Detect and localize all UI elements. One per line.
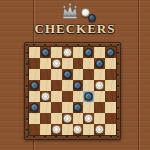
frame-stud xyxy=(117,63,119,65)
navy-piece[interactable] xyxy=(73,81,82,90)
frame-stud xyxy=(26,63,28,65)
square-r1c3[interactable] xyxy=(51,47,62,58)
square-r1c8[interactable] xyxy=(105,47,116,58)
crown-icon xyxy=(61,3,79,20)
square-r7c4[interactable] xyxy=(62,113,73,124)
frame-stud xyxy=(110,44,112,46)
white-piece[interactable] xyxy=(63,114,72,123)
piece-ring xyxy=(97,61,102,66)
square-r4c2[interactable] xyxy=(40,80,51,91)
square-r3c7[interactable] xyxy=(94,69,105,80)
navy-piece[interactable] xyxy=(30,81,39,90)
square-r4c4[interactable] xyxy=(62,80,73,91)
square-r6c3[interactable] xyxy=(51,102,62,113)
square-r8c7[interactable] xyxy=(94,124,105,135)
square-r8c1[interactable] xyxy=(29,124,40,135)
white-piece[interactable] xyxy=(95,81,104,90)
square-r8c4[interactable] xyxy=(62,124,73,135)
square-r8c8[interactable] xyxy=(105,124,116,135)
frame-stud xyxy=(77,44,79,46)
square-r2c8[interactable] xyxy=(105,58,116,69)
piece-ring xyxy=(65,50,70,55)
piece-ring xyxy=(32,83,37,88)
frame-stud xyxy=(26,44,28,46)
square-r6c8[interactable] xyxy=(105,102,116,113)
square-r1c7[interactable] xyxy=(94,47,105,58)
frame-stud xyxy=(117,74,119,76)
square-r8c3[interactable] xyxy=(51,124,62,135)
square-r8c5[interactable] xyxy=(73,124,84,135)
square-r6c4[interactable] xyxy=(62,102,73,113)
white-piece[interactable] xyxy=(41,92,50,101)
square-r4c1[interactable] xyxy=(29,80,40,91)
square-r7c1[interactable] xyxy=(29,113,40,124)
square-r8c6[interactable] xyxy=(83,124,94,135)
frame-stud xyxy=(117,107,119,109)
square-r4c3[interactable] xyxy=(51,80,62,91)
frame-stud xyxy=(26,96,28,98)
frame-stud xyxy=(26,129,28,131)
square-r4c7[interactable] xyxy=(94,80,105,91)
square-r5c2[interactable] xyxy=(40,91,51,102)
frame-stud xyxy=(66,44,68,46)
square-r6c6[interactable] xyxy=(83,102,94,113)
square-r5c6[interactable] xyxy=(83,91,94,102)
square-r2c5[interactable] xyxy=(73,58,84,69)
square-r5c4[interactable] xyxy=(62,91,73,102)
piece-ring xyxy=(75,127,80,132)
frame-stud xyxy=(26,136,28,138)
frame-stud xyxy=(44,136,46,138)
frame-stud xyxy=(26,74,28,76)
square-r7c5[interactable] xyxy=(73,113,84,124)
square-r3c2[interactable] xyxy=(40,69,51,80)
frame-stud xyxy=(117,129,119,131)
piece-ring xyxy=(32,105,37,110)
navy-piece[interactable] xyxy=(84,48,93,57)
square-r2c7[interactable] xyxy=(94,58,105,69)
frame-stud xyxy=(117,52,119,54)
wood-background: CHECKERS xyxy=(0,0,150,150)
square-r1c6[interactable] xyxy=(83,47,94,58)
piece-ring xyxy=(86,94,91,99)
square-r6c5[interactable] xyxy=(73,102,84,113)
square-r1c1[interactable] xyxy=(29,47,40,58)
frame-stud xyxy=(26,118,28,120)
square-r4c8[interactable] xyxy=(105,80,116,91)
navy-piece[interactable] xyxy=(41,48,50,57)
square-r5c5[interactable] xyxy=(73,91,84,102)
square-r5c3[interactable] xyxy=(51,91,62,102)
piece-ring xyxy=(43,50,48,55)
piece-ring xyxy=(75,105,80,110)
frame-stud xyxy=(110,136,112,138)
white-piece[interactable] xyxy=(63,48,72,57)
frame-stud xyxy=(33,136,35,138)
navy-piece[interactable] xyxy=(84,92,93,101)
white-piece[interactable] xyxy=(73,125,82,134)
square-r3c1[interactable] xyxy=(29,69,40,80)
navy-piece[interactable] xyxy=(73,103,82,112)
square-r8c2[interactable] xyxy=(40,124,51,135)
square-r3c6[interactable] xyxy=(83,69,94,80)
square-r1c2[interactable] xyxy=(40,47,51,58)
piece-ring xyxy=(108,50,113,55)
frame-stud xyxy=(66,136,68,138)
square-r6c7[interactable] xyxy=(94,102,105,113)
square-r7c2[interactable] xyxy=(40,113,51,124)
white-piece[interactable] xyxy=(52,125,61,134)
square-r2c4[interactable] xyxy=(62,58,73,69)
square-r7c7[interactable] xyxy=(94,113,105,124)
frame-stud xyxy=(26,107,28,109)
square-r1c5[interactable] xyxy=(73,47,84,58)
frame-stud xyxy=(26,85,28,87)
square-r3c4[interactable] xyxy=(62,69,73,80)
square-r5c7[interactable] xyxy=(94,91,105,102)
piece-ring xyxy=(86,116,91,121)
board-frame xyxy=(24,42,121,140)
navy-piece[interactable] xyxy=(106,48,115,57)
white-piece[interactable] xyxy=(52,59,61,68)
square-r5c1[interactable] xyxy=(29,91,40,102)
frame-stud xyxy=(44,44,46,46)
piece-ring xyxy=(65,72,70,77)
frame-stud xyxy=(99,136,101,138)
frame-stud xyxy=(117,96,119,98)
page-title: CHECKERS xyxy=(0,21,150,37)
square-r4c6[interactable] xyxy=(83,80,94,91)
piece-ring xyxy=(75,83,80,88)
square-r1c4[interactable] xyxy=(62,47,73,58)
frame-stud xyxy=(55,136,57,138)
frame-stud xyxy=(88,44,90,46)
square-r4c5[interactable] xyxy=(73,80,84,91)
square-r6c1[interactable] xyxy=(29,102,40,113)
frame-stud xyxy=(117,136,119,138)
frame-stud xyxy=(77,136,79,138)
square-r2c3[interactable] xyxy=(51,58,62,69)
frame-stud xyxy=(88,136,90,138)
frame-stud xyxy=(33,44,35,46)
piece-ring xyxy=(65,116,70,121)
square-r7c6[interactable] xyxy=(83,113,94,124)
square-r7c3[interactable] xyxy=(51,113,62,124)
navy-piece[interactable] xyxy=(30,103,39,112)
piece-ring xyxy=(54,61,59,66)
piece-ring xyxy=(97,127,102,132)
square-r3c3[interactable] xyxy=(51,69,62,80)
square-r6c2[interactable] xyxy=(40,102,51,113)
square-r7c8[interactable] xyxy=(105,113,116,124)
square-r2c6[interactable] xyxy=(83,58,94,69)
navy-piece[interactable] xyxy=(95,59,104,68)
piece-ring xyxy=(54,127,59,132)
navy-piece[interactable] xyxy=(63,70,72,79)
frame-stud xyxy=(117,85,119,87)
frame-stud xyxy=(99,44,101,46)
square-r3c8[interactable] xyxy=(105,69,116,80)
square-r5c8[interactable] xyxy=(105,91,116,102)
square-r3c5[interactable] xyxy=(73,69,84,80)
piece-ring xyxy=(97,83,102,88)
frame-stud xyxy=(55,44,57,46)
frame-stud xyxy=(117,118,119,120)
piece-ring xyxy=(86,50,91,55)
piece-ring xyxy=(43,94,48,99)
square-r2c1[interactable] xyxy=(29,58,40,69)
white-piece[interactable] xyxy=(95,125,104,134)
frame-stud xyxy=(26,52,28,54)
white-piece[interactable] xyxy=(84,114,93,123)
board-grid xyxy=(28,46,117,136)
square-r2c2[interactable] xyxy=(40,58,51,69)
frame-stud xyxy=(117,44,119,46)
